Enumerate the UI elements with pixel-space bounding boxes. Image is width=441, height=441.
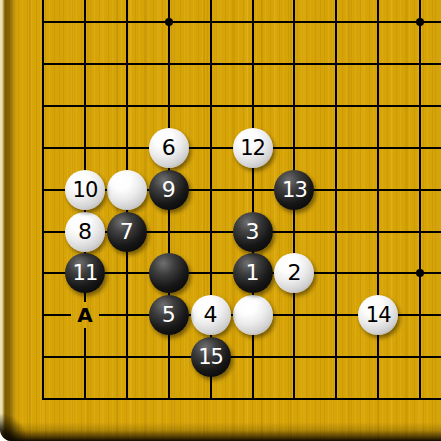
grid-line-horizontal bbox=[42, 63, 441, 65]
board-bottom-edge bbox=[0, 422, 441, 441]
grid-line-horizontal bbox=[42, 21, 441, 23]
star-point bbox=[416, 18, 424, 26]
point-label-A[interactable]: A bbox=[71, 304, 99, 326]
stone-black-15[interactable]: 15 bbox=[191, 337, 231, 377]
board-corner-shadow bbox=[0, 401, 40, 441]
stone-black-1[interactable]: 1 bbox=[233, 253, 273, 293]
stone-white-14[interactable]: 14 bbox=[358, 295, 398, 335]
grid-line-vertical bbox=[335, 0, 337, 400]
stone-white-10[interactable]: 10 bbox=[65, 170, 105, 210]
board-left-edge bbox=[0, 0, 17, 441]
stone-black-11[interactable]: 11 bbox=[65, 253, 105, 293]
stone-black-13[interactable]: 13 bbox=[274, 170, 314, 210]
stone-white-f3[interactable] bbox=[233, 295, 273, 335]
stone-white-8[interactable]: 8 bbox=[65, 212, 105, 252]
stone-white-2[interactable]: 2 bbox=[274, 253, 314, 293]
grid-line-vertical bbox=[84, 328, 86, 400]
grid-line-vertical bbox=[252, 0, 254, 400]
grid-line-vertical bbox=[377, 0, 379, 400]
grid-line-horizontal bbox=[42, 105, 441, 107]
grid-line-horizontal bbox=[42, 314, 71, 316]
grid-line-vertical bbox=[42, 0, 44, 400]
star-point bbox=[416, 269, 424, 277]
grid-line-vertical bbox=[419, 0, 421, 400]
stone-white-12[interactable]: 12 bbox=[233, 128, 273, 168]
stone-black-d4[interactable] bbox=[149, 253, 189, 293]
stone-white-6[interactable]: 6 bbox=[149, 128, 189, 168]
go-board[interactable]: 154514121137891013612 A bbox=[0, 0, 441, 441]
stone-black-9[interactable]: 9 bbox=[149, 170, 189, 210]
stone-black-3[interactable]: 3 bbox=[233, 212, 273, 252]
grid-line-horizontal bbox=[42, 398, 441, 400]
grid-line-horizontal bbox=[42, 356, 441, 358]
stone-black-7[interactable]: 7 bbox=[107, 212, 147, 252]
stone-black-5[interactable]: 5 bbox=[149, 295, 189, 335]
star-point bbox=[165, 18, 173, 26]
stone-white-4[interactable]: 4 bbox=[191, 295, 231, 335]
stone-white-c6[interactable] bbox=[107, 170, 147, 210]
